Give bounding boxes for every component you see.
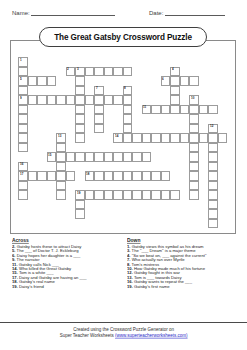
grid-cell-r2c3[interactable] — [47, 76, 57, 86]
grid-cell-r10c10[interactable] — [113, 152, 123, 162]
grid-cell-r3c6[interactable] — [75, 86, 85, 96]
grid-cell-r4c18[interactable]: 10 — [189, 95, 199, 105]
cell-number: 12 — [210, 124, 213, 127]
grid-cell-r8c13[interactable] — [142, 133, 152, 143]
cell-number: 7 — [96, 86, 98, 89]
grid-cell-r10c12[interactable] — [132, 152, 142, 162]
grid-cell-r4c3[interactable] — [47, 95, 57, 105]
cell-number: 3 — [77, 67, 79, 70]
grid-cell-r5c11[interactable] — [123, 105, 133, 115]
grid-cell-r7c11[interactable] — [123, 124, 133, 134]
grid-cell-r14c11[interactable] — [123, 190, 133, 200]
grid-cell-r11c0[interactable]: 16 — [18, 162, 28, 172]
grid-cell-r10c6[interactable] — [75, 152, 85, 162]
cell-number: 19 — [77, 191, 80, 194]
grid-cell-r14c6[interactable]: 19 — [75, 190, 85, 200]
grid-cell-r5c17[interactable] — [180, 105, 190, 115]
grid-cell-r3c0[interactable] — [18, 86, 28, 96]
grid-cell-r4c6[interactable] — [75, 95, 85, 105]
grid-cell-r14c4[interactable] — [56, 190, 66, 200]
grid-cell-r5c20[interactable] — [208, 105, 218, 115]
grid-cell-r9c18[interactable] — [189, 143, 199, 153]
grid-cell-r14c12[interactable] — [132, 190, 142, 200]
grid-cell-r12c12[interactable] — [132, 171, 142, 181]
grid-cell-r5c6[interactable] — [75, 105, 85, 115]
grid-cell-r5c15[interactable] — [161, 105, 171, 115]
grid-cell-r4c8[interactable] — [94, 95, 104, 105]
grid-cell-r4c4[interactable] — [56, 95, 66, 105]
grid-cell-r8c14[interactable] — [151, 133, 161, 143]
across-clue-list: 2. Gatsby hosts these to attract Daisy5.… — [12, 245, 125, 288]
grid-cell-r14c7[interactable] — [85, 190, 95, 200]
grid-cell-r8c19[interactable] — [199, 133, 209, 143]
grid-cell-r2c18[interactable] — [189, 76, 199, 86]
date-line: Date: — [149, 9, 225, 16]
grid-cell-r12c9[interactable] — [104, 171, 114, 181]
cell-number: 10 — [191, 96, 194, 99]
grid-cell-r13c4[interactable] — [56, 181, 66, 191]
grid-cell-r4c10[interactable] — [113, 95, 123, 105]
grid-cell-r8c11[interactable] — [123, 133, 133, 143]
grid-cell-r10c5[interactable] — [66, 152, 76, 162]
page-title: The Great Gatsby Crossword Puzzle — [39, 27, 207, 47]
grid-cell-r7c6[interactable] — [75, 124, 85, 134]
grid-cell-r4c0[interactable]: 9 — [18, 95, 28, 105]
grid-cell-r14c10[interactable] — [113, 190, 123, 200]
grid-cell-r17c20[interactable] — [208, 219, 218, 229]
cell-number: 13 — [58, 134, 61, 137]
grid-cell-r10c9[interactable] — [104, 152, 114, 162]
clue-item: 19. Gatsby's first name — [127, 284, 240, 288]
grid-cell-r6c6[interactable] — [75, 114, 85, 124]
grid-cell-r7c8[interactable] — [94, 124, 104, 134]
grid-cell-r2c6[interactable] — [75, 76, 85, 86]
name-line: Name: — [12, 9, 115, 16]
grid-cell-r4c9[interactable] — [104, 95, 114, 105]
grid-cell-r13c18[interactable] — [189, 181, 199, 191]
grid-cell-r8c12[interactable] — [132, 133, 142, 143]
grid-cell-r12c15[interactable] — [161, 171, 171, 181]
grid-cell-r4c11[interactable] — [123, 95, 133, 105]
grid-cell-r12c18[interactable] — [189, 171, 199, 181]
grid-cell-r14c20[interactable] — [208, 190, 218, 200]
grid-cell-r12c3[interactable] — [47, 171, 57, 181]
cell-number: 1 — [20, 58, 22, 61]
down-clues-section: Down 1. Gatsby views this symbol as his … — [127, 238, 240, 288]
footer: Created using the Crossword Puzzle Gener… — [0, 327, 247, 338]
grid-cell-r10c7[interactable] — [85, 152, 95, 162]
grid-cell-r12c2[interactable] — [37, 171, 47, 181]
grid-cell-r12c10[interactable] — [113, 171, 123, 181]
footer-divider — [0, 322, 247, 323]
down-header: Down — [127, 238, 240, 244]
grid-cell-r2c16[interactable] — [170, 76, 180, 86]
grid-cell-r9c4[interactable] — [56, 143, 66, 153]
cell-number: 6 — [162, 77, 164, 80]
grid-cell-r13c0[interactable] — [18, 181, 28, 191]
cell-number: 9 — [20, 96, 22, 99]
grid-cell-r12c1[interactable] — [28, 171, 38, 181]
grid-cell-r4c7[interactable] — [85, 95, 95, 105]
grid-cell-r5c13[interactable]: 11 — [142, 105, 152, 115]
across-header: Across — [12, 238, 125, 244]
grid-cell-r7c18[interactable] — [189, 124, 199, 134]
grid-cell-r14c16[interactable] — [170, 190, 180, 200]
grid-cell-r12c20[interactable] — [208, 171, 218, 181]
footer-site-name: Super Teacher Worksheets — [60, 333, 114, 338]
grid-cell-r11c20[interactable] — [208, 162, 218, 172]
grid-cell-r12c0[interactable]: 17 — [18, 171, 28, 181]
grid-cell-r15c6[interactable] — [75, 200, 85, 210]
grid-cell-r8c17[interactable] — [180, 133, 190, 143]
down-clue-list: 1. Gatsby views this symbol as his dream… — [127, 245, 240, 288]
grid-cell-r1c11[interactable] — [123, 67, 133, 77]
grid-cell-r8c0[interactable] — [18, 133, 28, 143]
name-label: Name: — [12, 10, 30, 16]
footer-source-line: Super Teacher Worksheets (www.superteach… — [0, 333, 247, 339]
grid-cell-r1c10[interactable] — [113, 67, 123, 77]
date-label: Date: — [149, 10, 163, 16]
grid-cell-r5c19[interactable] — [199, 105, 209, 115]
grid-cell-r9c0[interactable] — [18, 143, 28, 153]
grid-cell-r14c13[interactable] — [142, 190, 152, 200]
grid-cell-r3c11[interactable]: 8 — [123, 86, 133, 96]
grid-cell-r2c1[interactable] — [28, 76, 38, 86]
grid-cell-r10c3[interactable]: 15 — [47, 152, 57, 162]
grid-cell-r10c13[interactable] — [142, 152, 152, 162]
grid-cell-r2c17[interactable] — [180, 76, 190, 86]
grid-cell-r7c20[interactable]: 12 — [208, 124, 218, 134]
clue-item: 19. Daisy's friend — [12, 284, 125, 288]
grid-cell-r9c20[interactable] — [208, 143, 218, 153]
grid-cell-r6c18[interactable] — [189, 114, 199, 124]
grid-cell-r4c5[interactable] — [66, 95, 76, 105]
grid-cell-r8c20[interactable] — [208, 133, 218, 143]
grid-cell-r8c16[interactable] — [170, 133, 180, 143]
grid-cell-r2c0[interactable]: 5 — [18, 76, 28, 86]
date-input-line[interactable] — [165, 9, 225, 16]
grid-cell-r12c7[interactable]: 18 — [85, 171, 95, 181]
grid-cell-r12c11[interactable] — [123, 171, 133, 181]
grid-cell-r5c18[interactable] — [189, 105, 199, 115]
name-input-line[interactable] — [31, 9, 115, 16]
grid-cell-r14c18[interactable] — [189, 190, 199, 200]
footer-link[interactable]: (www.superteacherworksheets.com) — [115, 333, 188, 338]
grid-cell-r1c8[interactable] — [94, 67, 104, 77]
cell-number: 5 — [20, 77, 22, 80]
grid-cell-r12c5[interactable] — [66, 171, 76, 181]
grid-cell-r10c18[interactable] — [189, 152, 199, 162]
grid-cell-r1c16[interactable]: 4 — [170, 67, 180, 77]
grid-cell-r6c8[interactable] — [94, 114, 104, 124]
grid-cell-r2c2[interactable] — [37, 76, 47, 86]
grid-cell-r8c4[interactable]: 13 — [56, 133, 66, 143]
grid-cell-r8c21[interactable] — [218, 133, 228, 143]
grid-cell-r12c14[interactable] — [151, 171, 161, 181]
grid-cell-r10c20[interactable] — [208, 152, 218, 162]
cell-number: 2 — [67, 67, 69, 70]
grid-cell-r12c13[interactable] — [142, 171, 152, 181]
grid-cell-r5c16[interactable] — [170, 105, 180, 115]
cell-number: 17 — [20, 172, 23, 175]
grid-cell-r4c16[interactable] — [170, 95, 180, 105]
grid-cell-r14c15[interactable] — [161, 190, 171, 200]
grid-cell-r7c0[interactable] — [18, 124, 28, 134]
grid-cell-r6c0[interactable] — [18, 114, 28, 124]
grid-cell-r14c0[interactable] — [18, 190, 28, 200]
grid-cell-r6c11[interactable] — [123, 114, 133, 124]
grid-cell-r16c20[interactable] — [208, 209, 218, 219]
cell-number: 15 — [48, 153, 51, 156]
grid-cell-r10c8[interactable] — [94, 152, 104, 162]
grid-cell-r12c8[interactable] — [94, 171, 104, 181]
grid-cell-r8c18[interactable] — [189, 133, 199, 143]
grid-cell-r14c9[interactable] — [104, 190, 114, 200]
grid-cell-r10c4[interactable] — [56, 152, 66, 162]
grid-cell-r2c15[interactable]: 6 — [161, 76, 171, 86]
grid-cell-r1c6[interactable]: 3 — [75, 67, 85, 77]
grid-cell-r1c7[interactable] — [85, 67, 95, 77]
crossword-grid: 12345678910111213141516171819 — [18, 57, 227, 228]
grid-cell-r3c16[interactable] — [170, 86, 180, 96]
grid-cell-r0c0[interactable]: 1 — [18, 57, 28, 67]
cell-number: 16 — [20, 162, 23, 165]
worksheet-page: { "game": "crossword", "puzzle_state": "… — [0, 0, 247, 350]
cell-number: 4 — [172, 67, 174, 70]
grid-cell-r11c4[interactable] — [56, 162, 66, 172]
grid-cell-r8c15[interactable] — [161, 133, 171, 143]
cell-number: 8 — [124, 86, 126, 89]
grid-cell-r10c11[interactable] — [123, 152, 133, 162]
grid-cell-r3c8[interactable]: 7 — [94, 86, 104, 96]
grid-cell-r14c14[interactable] — [151, 190, 161, 200]
grid-cell-r5c8[interactable] — [94, 105, 104, 115]
grid-cell-r12c4[interactable] — [56, 171, 66, 181]
grid-cell-r8c10[interactable]: 14 — [113, 133, 123, 143]
grid-cell-r8c6[interactable] — [75, 133, 85, 143]
grid-cell-r5c14[interactable] — [151, 105, 161, 115]
grid-cell-r1c0[interactable] — [18, 67, 28, 77]
grid-cell-r16c6[interactable] — [75, 209, 85, 219]
grid-cell-r15c20[interactable] — [208, 200, 218, 210]
grid-cell-r1c9[interactable] — [104, 67, 114, 77]
grid-cell-r1c5[interactable]: 2 — [66, 67, 76, 77]
grid-cell-r4c1[interactable] — [28, 95, 38, 105]
cell-number: 11 — [143, 105, 146, 108]
cell-number: 18 — [86, 172, 89, 175]
grid-cell-r11c18[interactable] — [189, 162, 199, 172]
grid-cell-r5c0[interactable] — [18, 105, 28, 115]
grid-cell-r4c2[interactable] — [37, 95, 47, 105]
grid-cell-r13c20[interactable] — [208, 181, 218, 191]
grid-cell-r14c8[interactable] — [94, 190, 104, 200]
cell-number: 14 — [115, 134, 118, 137]
across-clues-section: Across 2. Gatsby hosts these to attract … — [12, 238, 125, 288]
